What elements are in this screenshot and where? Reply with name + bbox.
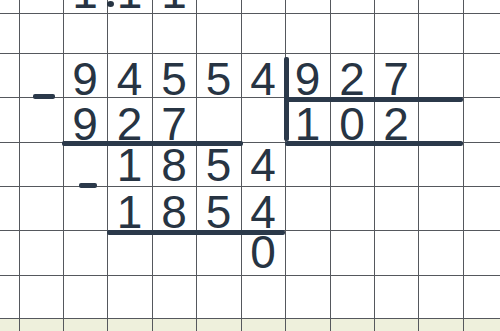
grid-line-vertical [63, 0, 64, 331]
grid-line-vertical [330, 0, 331, 331]
difference-1-digit: 5 [196, 144, 241, 188]
dividend-digit: 5 [196, 58, 241, 102]
dividend-digit: 4 [107, 58, 152, 102]
difference-1-digit: 8 [152, 144, 196, 188]
minus-sign-1 [33, 94, 55, 99]
grid-line-vertical [19, 0, 20, 331]
dividend-digit: 9 [63, 58, 107, 102]
top-partial-digits-digit: 1 [152, 0, 196, 15]
page-margin-strip [0, 319, 500, 331]
grid-line-vertical [463, 0, 464, 331]
subtrahend-1-digit: 9 [63, 103, 107, 147]
remainder-row: 0 [241, 231, 285, 275]
top-partial-digits-digit: 1 [63, 0, 107, 15]
divisor-digit: 2 [330, 58, 374, 102]
quotient-row: 102 [285, 103, 418, 147]
dividend-row: 94554 [63, 58, 285, 102]
difference-1-row: 1854 [107, 144, 285, 188]
dividend-digit: 5 [152, 58, 196, 102]
subtrahend-2-digit: 8 [152, 191, 196, 235]
minus-sign-2 [79, 183, 97, 188]
dividend-digit: 4 [241, 58, 285, 102]
grid-line-vertical [374, 0, 375, 331]
grid-line-vertical [285, 0, 286, 331]
grid-line-horizontal [0, 318, 500, 319]
difference-1-digit: 1 [107, 144, 152, 188]
top-partial-digits-row: 111 [63, 0, 196, 15]
decimal-point-dot [107, 1, 114, 7]
grid-line-vertical [418, 0, 419, 331]
divisor-row: 927 [285, 58, 418, 102]
subtrahend-2-digit: 1 [107, 191, 152, 235]
remainder-digit: 0 [241, 231, 285, 275]
subtrahend-2-digit: 5 [196, 191, 241, 235]
difference-1-digit: 4 [241, 144, 285, 188]
quotient-digit: 0 [330, 103, 374, 147]
quotient-digit: 2 [374, 103, 418, 147]
quotient-digit: 1 [285, 103, 330, 147]
worksheet-page: 11194554927927102185418540 [0, 0, 500, 331]
divisor-digit: 7 [374, 58, 418, 102]
divisor-digit: 9 [285, 58, 330, 102]
